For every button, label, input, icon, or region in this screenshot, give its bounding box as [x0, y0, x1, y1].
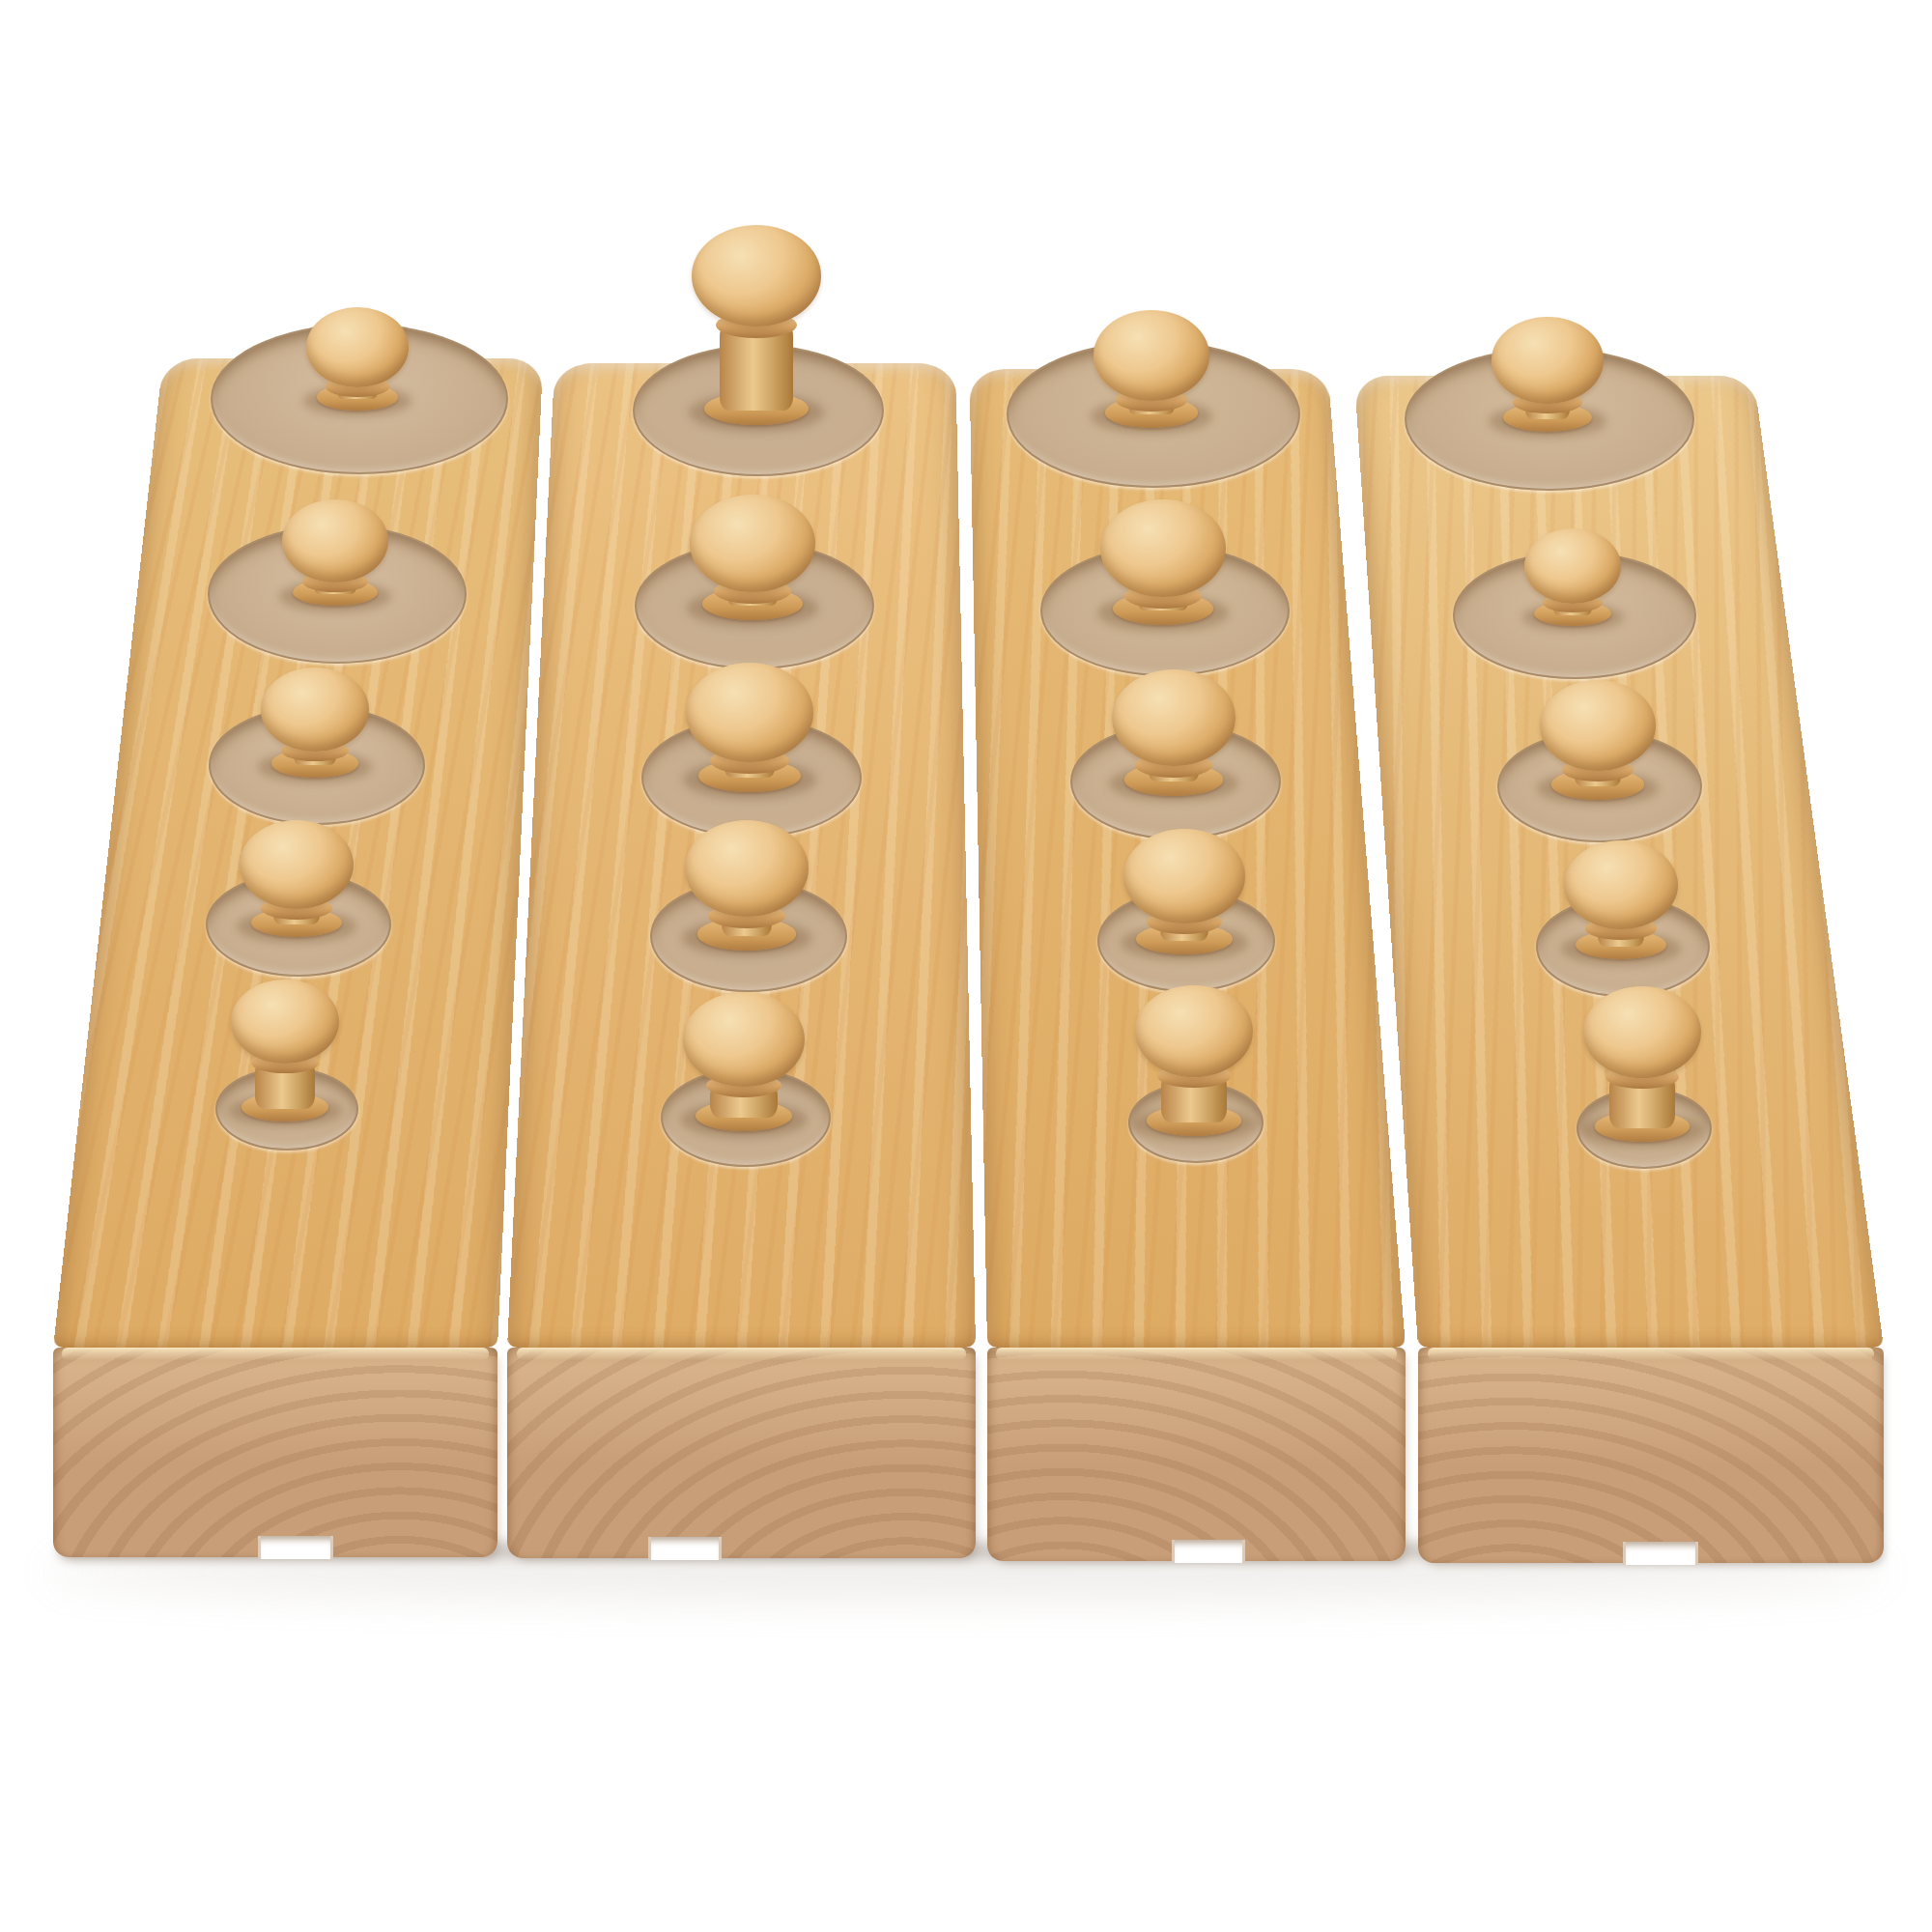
knob-ball-2-3 — [686, 663, 813, 762]
knob-ball-4-3 — [1540, 680, 1656, 771]
knob-ball-2-2 — [690, 495, 815, 592]
knob-ball-4-2 — [1524, 528, 1621, 604]
block-2-front-face — [507, 1348, 976, 1558]
knob-ball-3-5 — [1135, 985, 1253, 1077]
knob-ball-3-3 — [1112, 669, 1236, 766]
block-3-front-face — [987, 1348, 1406, 1561]
knob-ball-2-1 — [692, 225, 821, 327]
block-4-pieces — [1418, 299, 1884, 1348]
block-4-front-face — [1418, 1348, 1884, 1563]
knob-ball-1-4 — [240, 820, 354, 909]
block-2-pieces — [507, 285, 976, 1348]
knob-ball-2-5 — [683, 992, 805, 1087]
knob-ball-4-1 — [1492, 317, 1604, 404]
product-photo-scene — [0, 0, 1932, 1932]
knob-ball-4-5 — [1583, 986, 1701, 1078]
cylinder-block-2 — [507, 285, 976, 1558]
base-notch-3 — [1172, 1540, 1245, 1563]
base-notch-4 — [1623, 1542, 1698, 1565]
base-notch-2 — [648, 1537, 722, 1560]
cylinder-block-3 — [987, 292, 1406, 1561]
base-notch-1 — [258, 1536, 333, 1559]
cylinder-block-4 — [1418, 299, 1884, 1563]
knob-ball-1-2 — [282, 499, 388, 582]
cylinder-block-1 — [53, 278, 497, 1557]
block-1-pieces — [53, 278, 497, 1348]
knob-ball-2-4 — [685, 820, 809, 917]
block-1-front-face — [53, 1348, 497, 1557]
knob-ball-3-1 — [1094, 310, 1209, 401]
knob-ball-1-1 — [306, 307, 409, 387]
knob-ball-4-4 — [1564, 840, 1678, 929]
knob-ball-1-5 — [231, 980, 339, 1064]
knob-ball-3-4 — [1123, 829, 1245, 923]
block-3-pieces — [987, 292, 1406, 1348]
knob-ball-1-3 — [261, 668, 369, 752]
knob-ball-3-2 — [1100, 499, 1226, 597]
